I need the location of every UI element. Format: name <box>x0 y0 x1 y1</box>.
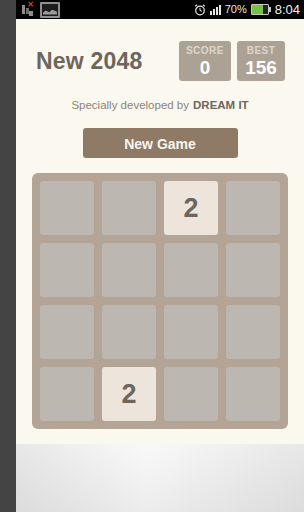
board-cell-empty <box>226 305 280 359</box>
score-label: SCORE <box>186 45 224 57</box>
board-cell-empty <box>102 243 156 297</box>
board-cell-empty <box>226 181 280 235</box>
new-game-button[interactable]: New Game <box>83 128 238 158</box>
board-cell-empty <box>102 305 156 359</box>
board-cell-empty <box>40 367 94 421</box>
board-cell-empty <box>226 367 280 421</box>
best-box: BEST 156 <box>237 41 285 81</box>
score-container: SCORE 0 BEST 156 <box>179 41 285 81</box>
score-box: SCORE 0 <box>179 41 231 81</box>
board-cell-empty <box>102 181 156 235</box>
board-cell-empty <box>226 243 280 297</box>
sync-error-icon: ✕ <box>22 3 33 16</box>
credit-brand: DREAM IT <box>193 99 249 111</box>
score-value: 0 <box>200 57 211 78</box>
board-cell-empty <box>40 305 94 359</box>
screenshot-notification-icon <box>40 2 60 18</box>
signal-strength-icon <box>210 4 221 15</box>
alarm-clock-icon <box>194 4 206 16</box>
tile-2: 2 <box>102 367 156 421</box>
board-cell-empty <box>164 243 218 297</box>
board[interactable]: 22 <box>32 173 288 429</box>
ad-banner-placeholder <box>16 444 304 512</box>
app-title: New 2048 <box>36 48 142 75</box>
button-row: New Game <box>16 128 304 158</box>
board-cell-empty <box>40 243 94 297</box>
app-content: New 2048 SCORE 0 BEST 156 Specially deve… <box>16 19 304 444</box>
board-cell-empty <box>40 181 94 235</box>
clock-text: 8:04 <box>275 0 300 19</box>
credit-prefix: Specially developed by <box>71 99 189 111</box>
battery-icon <box>251 4 269 15</box>
best-value: 156 <box>245 57 277 78</box>
status-bar-right: 70% 8:04 <box>194 0 300 19</box>
status-bar-left: ✕ <box>22 2 60 18</box>
header: New 2048 SCORE 0 BEST 156 <box>16 19 304 81</box>
board-cell-empty <box>164 305 218 359</box>
tile-2: 2 <box>164 181 218 235</box>
best-label: BEST <box>247 45 276 57</box>
phone-screen: ✕ 70% 8:04 New 2048 SC <box>16 0 304 512</box>
status-bar: ✕ 70% 8:04 <box>16 0 304 19</box>
developer-credit: Specially developed byDREAM IT <box>16 98 304 112</box>
battery-percent-text: 70% <box>225 0 247 19</box>
board-cell-empty <box>164 367 218 421</box>
